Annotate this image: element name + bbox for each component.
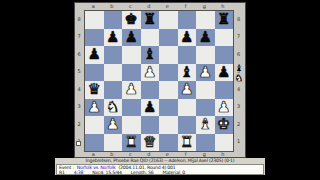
- piece-white-queen: ♛: [143, 134, 156, 149]
- square-h2: ♚: [215, 116, 234, 134]
- piece-black-pawn: ♟: [143, 99, 156, 114]
- rank-label-3: 3: [75, 98, 83, 116]
- piece-black-bishop: ♝: [143, 47, 156, 62]
- square-e3: [159, 99, 178, 117]
- square-b5: [104, 64, 123, 82]
- square-h4: [215, 81, 234, 99]
- square-h6: [215, 46, 234, 64]
- stats-line: R14:38Nxc4: 15.5/44Length: 56Material: 0: [59, 170, 261, 175]
- piece-black-rook: ♜: [217, 12, 230, 27]
- square-h7: [215, 29, 234, 47]
- piece-white-king: ♚: [217, 117, 230, 132]
- square-d7: [141, 29, 160, 47]
- file-labels-top: abcdefgh: [84, 3, 232, 9]
- square-a1: [85, 134, 104, 152]
- stat-token-1: 4:38: [74, 170, 84, 175]
- square-e5: [159, 64, 178, 82]
- rank-label-6: 6: [75, 45, 83, 63]
- stat-token-3: Length: 56: [131, 170, 154, 175]
- material-black-bishop-icon: ♝: [235, 64, 243, 73]
- square-g7: ♟: [196, 29, 215, 47]
- square-c1: ♜: [122, 134, 141, 152]
- square-b7: ♟: [104, 29, 123, 47]
- square-a8: [85, 11, 104, 29]
- rank-label-8: 8: [233, 10, 244, 28]
- square-h5: ♟: [215, 64, 234, 82]
- rank-label-1: 1: [233, 133, 244, 151]
- piece-black-pawn: ♟: [180, 29, 193, 44]
- square-a7: [85, 29, 104, 47]
- rank-label-5: 5: [75, 63, 83, 81]
- rank-label-7: 7: [233, 28, 244, 46]
- square-f3: [178, 99, 197, 117]
- square-f6: [178, 46, 197, 64]
- square-b4: [104, 81, 123, 99]
- square-d4: [141, 81, 160, 99]
- piece-white-bishop: ♝: [199, 117, 212, 132]
- square-f4: ♟: [178, 81, 197, 99]
- square-c4: ♟: [122, 81, 141, 99]
- square-e6: [159, 46, 178, 64]
- piece-black-pawn: ♟: [217, 64, 230, 79]
- square-b3: ♞: [104, 99, 123, 117]
- caption-panel: Ingebretsen, Phoebe Rae QID (2163) -- Ad…: [55, 158, 265, 175]
- rank-label-7: 7: [75, 28, 83, 46]
- stat-token-0: R1: [59, 170, 65, 175]
- piece-black-rook: ♜: [143, 12, 156, 27]
- square-f2: [178, 116, 197, 134]
- file-label-b: b: [103, 3, 122, 9]
- square-f7: ♟: [178, 29, 197, 47]
- square-a4: ♛: [85, 81, 104, 99]
- piece-white-pawn: ♟: [199, 64, 212, 79]
- square-f5: ♝: [178, 64, 197, 82]
- piece-white-pawn: ♟: [88, 99, 101, 114]
- square-h1: [215, 134, 234, 152]
- chess-board: ♚♜♜♟♟♟♟♟♝♟♝♟♟♛♟♟♟♞♟♟♟♝♚♜♛♜: [84, 10, 234, 152]
- square-c6: [122, 46, 141, 64]
- file-label-g: g: [195, 3, 214, 9]
- square-d3: ♟: [141, 99, 160, 117]
- square-e7: [159, 29, 178, 47]
- square-b6: [104, 46, 123, 64]
- square-a6: ♟: [85, 46, 104, 64]
- piece-white-pawn: ♟: [217, 99, 230, 114]
- file-label-a: a: [84, 3, 103, 9]
- square-d5: ♟: [141, 64, 160, 82]
- file-label-d: d: [140, 3, 159, 9]
- piece-black-pawn: ♟: [125, 29, 138, 44]
- square-g2: ♝: [196, 116, 215, 134]
- square-e2: [159, 116, 178, 134]
- square-b1: [104, 134, 123, 152]
- piece-white-knight: ♞: [106, 99, 119, 114]
- rank-label-2: 2: [233, 115, 244, 133]
- square-c3: [122, 99, 141, 117]
- rank-label-4: 4: [75, 80, 83, 98]
- square-c8: ♚: [122, 11, 141, 29]
- square-g1: [196, 134, 215, 152]
- square-g8: [196, 11, 215, 29]
- square-d2: [141, 116, 160, 134]
- piece-black-pawn: ♟: [106, 29, 119, 44]
- material-white-knight-icon: ♞: [235, 74, 243, 83]
- square-f8: [178, 11, 197, 29]
- rank-labels-left: 87654321: [75, 10, 83, 150]
- material-imbalance-tray: ♝♞: [233, 64, 245, 83]
- square-d6: ♝: [141, 46, 160, 64]
- stat-token-4: Material: 0: [163, 170, 185, 175]
- square-c7: ♟: [122, 29, 141, 47]
- square-h3: ♟: [215, 99, 234, 117]
- piece-black-pawn: ♟: [199, 29, 212, 44]
- square-g5: ♟: [196, 64, 215, 82]
- square-g6: [196, 46, 215, 64]
- square-e8: [159, 11, 178, 29]
- file-label-f: f: [177, 3, 196, 9]
- square-b2: ♟: [104, 116, 123, 134]
- rank-label-6: 6: [233, 45, 244, 63]
- square-c2: [122, 116, 141, 134]
- piece-white-pawn: ♟: [106, 117, 119, 132]
- rank-label-8: 8: [75, 10, 83, 28]
- piece-white-pawn: ♟: [143, 64, 156, 79]
- piece-black-pawn: ♟: [88, 47, 101, 62]
- square-h8: ♜: [215, 11, 234, 29]
- square-d8: ♜: [141, 11, 160, 29]
- square-d1: ♛: [141, 134, 160, 152]
- square-a5: [85, 64, 104, 82]
- stat-token-2: Nxc4: 15.5/44: [92, 170, 122, 175]
- piece-white-rook: ♜: [180, 134, 193, 149]
- square-f1: ♜: [178, 134, 197, 152]
- file-label-h: h: [214, 3, 233, 9]
- square-e4: [159, 81, 178, 99]
- square-g4: [196, 81, 215, 99]
- file-label-c: c: [121, 3, 140, 9]
- piece-white-rook: ♜: [125, 134, 138, 149]
- file-label-e: e: [158, 3, 177, 9]
- square-e1: [159, 134, 178, 152]
- rank-label-3: 3: [233, 98, 244, 116]
- square-b8: [104, 11, 123, 29]
- white-to-move-indicator: [76, 141, 81, 146]
- piece-white-pawn: ♟: [180, 82, 193, 97]
- piece-black-king: ♚: [125, 12, 138, 27]
- square-a3: ♟: [85, 99, 104, 117]
- rank-label-2: 2: [75, 115, 83, 133]
- piece-black-queen: ♛: [88, 82, 101, 97]
- square-c5: [122, 64, 141, 82]
- piece-white-pawn: ♟: [125, 82, 138, 97]
- square-a2: [85, 116, 104, 134]
- piece-black-bishop: ♝: [180, 64, 193, 79]
- square-g3: [196, 99, 215, 117]
- video-frame: abcdefgh abcdefgh 87654321 87654321 ♚♜♜♟…: [0, 0, 320, 180]
- game-info-box: Event : Norfolk vs. Norfolk (2004.11.01,…: [56, 164, 264, 175]
